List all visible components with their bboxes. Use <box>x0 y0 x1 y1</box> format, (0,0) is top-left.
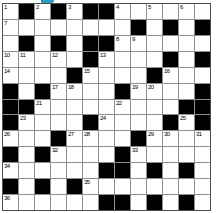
cell-r11c11[interactable] <box>163 163 178 178</box>
cell-r8c11-block <box>163 115 178 130</box>
cell-r12c4[interactable] <box>51 179 66 194</box>
cell-r3c10[interactable] <box>147 36 162 51</box>
cell-r4c11-block <box>163 52 178 67</box>
cell-r4c10[interactable] <box>147 52 162 67</box>
cell-r8c1-block <box>3 115 18 130</box>
cell-r6c9[interactable]: 19 <box>131 84 146 99</box>
cell-r4c4[interactable]: 12 <box>51 52 66 67</box>
cell-r9c10[interactable]: 29 <box>147 131 162 146</box>
cell-r7c5[interactable] <box>67 100 82 115</box>
cell-r8c5[interactable] <box>67 115 82 130</box>
cell-r9c6[interactable]: 28 <box>83 131 98 146</box>
cell-r1c8[interactable]: 4 <box>115 4 130 19</box>
cell-r7c10[interactable] <box>147 100 162 115</box>
clue-number: 10 <box>4 52 10 59</box>
cell-r4c12[interactable] <box>179 52 194 67</box>
clue-number: 27 <box>68 131 74 138</box>
cell-r4c13-block <box>195 52 210 67</box>
cell-r5c11[interactable]: 16 <box>163 68 178 83</box>
cell-r6c3-block <box>35 84 50 99</box>
clue-number: 31 <box>196 131 202 138</box>
clue-number: 26 <box>4 131 10 138</box>
cell-r7c4[interactable] <box>51 100 66 115</box>
cell-r10c5[interactable] <box>67 147 82 162</box>
cell-r5c13[interactable] <box>195 68 210 83</box>
cell-r7c2-block <box>19 100 34 115</box>
clue-number: 16 <box>164 68 170 75</box>
cell-r8c7[interactable]: 24 <box>99 115 114 130</box>
cell-r9c11[interactable]: 30 <box>163 131 178 146</box>
clue-number: 7 <box>4 20 7 27</box>
cell-r13c7-block <box>99 195 114 210</box>
cell-r9c8[interactable] <box>115 131 130 146</box>
cell-r6c2[interactable] <box>19 84 34 99</box>
cell-r12c3-block <box>35 179 50 194</box>
clue-number: 14 <box>4 68 10 75</box>
cell-r4c6-block <box>83 52 98 67</box>
cell-r11c10-block <box>147 163 162 178</box>
cell-r8c3[interactable] <box>35 115 50 130</box>
cell-r6c13-block <box>195 84 210 99</box>
cell-r2c4[interactable] <box>51 20 66 35</box>
cell-r8c9[interactable] <box>131 115 146 130</box>
cell-r12c9[interactable] <box>131 179 146 194</box>
cell-r3c11[interactable] <box>163 36 178 51</box>
clue-number: 2 <box>36 4 39 11</box>
cell-r8c6-block <box>83 115 98 130</box>
clue-number: 11 <box>20 52 25 59</box>
clue-number: 23 <box>20 115 26 122</box>
cell-r5c2[interactable] <box>19 68 34 83</box>
cell-r9c13[interactable]: 31 <box>195 131 210 146</box>
clue-number: 5 <box>148 4 151 11</box>
cell-r7c7[interactable] <box>99 100 114 115</box>
cell-r1c9[interactable] <box>131 4 146 19</box>
cell-r12c10[interactable] <box>147 179 162 194</box>
clue-number: 35 <box>84 179 90 186</box>
cell-r13c6[interactable] <box>83 195 98 210</box>
cell-r6c1-block <box>3 84 18 99</box>
clue-number: 30 <box>164 131 170 138</box>
cell-r4c5[interactable] <box>67 52 82 67</box>
cell-r9c4-block <box>51 131 66 146</box>
cell-r9c5[interactable]: 27 <box>67 131 82 146</box>
cell-r13c11[interactable] <box>163 195 178 210</box>
clue-number: 32 <box>52 147 58 154</box>
cell-r2c9-block <box>131 20 146 35</box>
clue-number: 19 <box>132 84 138 91</box>
cell-r3c7-block <box>99 36 114 51</box>
cell-r9c2[interactable] <box>19 131 34 146</box>
cell-r12c1-block <box>3 179 18 194</box>
cell-r9c9-block <box>131 131 146 146</box>
cell-r9c12[interactable] <box>179 131 194 146</box>
cell-r12c7[interactable] <box>99 179 114 194</box>
cell-r6c6[interactable] <box>83 84 98 99</box>
cell-r5c9[interactable] <box>131 68 146 83</box>
cell-r5c12[interactable] <box>179 68 194 83</box>
cell-r2c11-block <box>163 20 178 35</box>
cell-r11c3[interactable] <box>35 163 50 178</box>
cell-r2c13-block <box>195 20 210 35</box>
cell-r10c3-block <box>35 147 50 162</box>
cell-r9c7[interactable] <box>99 131 114 146</box>
cell-r7c9[interactable] <box>131 100 146 115</box>
cell-r7c1-block <box>3 100 18 115</box>
cell-r7c8[interactable]: 22 <box>115 100 130 115</box>
cell-r13c4[interactable] <box>51 195 66 210</box>
clue-number: 18 <box>68 84 74 91</box>
cell-r3c3[interactable] <box>35 36 50 51</box>
cell-r4c1[interactable]: 10 <box>3 52 18 67</box>
cell-r9c1[interactable]: 26 <box>3 131 18 146</box>
cell-r10c4[interactable]: 32 <box>51 147 66 162</box>
cell-r3c13[interactable] <box>195 36 210 51</box>
cell-r4c7[interactable]: 13 <box>99 52 114 67</box>
cell-r8c4[interactable] <box>51 115 66 130</box>
clue-number: 17 <box>52 84 58 91</box>
cell-r5c5-block <box>67 68 82 83</box>
clue-number: 22 <box>116 100 122 107</box>
cell-r3c9[interactable]: 9 <box>131 36 146 51</box>
cell-r2c5[interactable] <box>67 20 82 35</box>
clue-number: 34 <box>4 163 10 170</box>
cell-r2c7[interactable] <box>99 20 114 35</box>
cell-r11c1[interactable]: 34 <box>3 163 18 178</box>
cell-r12c8[interactable] <box>115 179 130 194</box>
cell-r11c13[interactable] <box>195 163 210 178</box>
cell-r13c12-block <box>179 195 194 210</box>
cell-r6c8-block <box>115 84 130 99</box>
clue-number: 3 <box>68 4 71 11</box>
cell-r10c6[interactable] <box>83 147 98 162</box>
cell-r3c12[interactable] <box>179 36 194 51</box>
clue-number: 15 <box>84 68 90 75</box>
cell-r1c6-block <box>83 4 98 19</box>
cell-r3c1[interactable] <box>3 36 18 51</box>
cell-r10c7[interactable] <box>99 147 114 162</box>
clue-number: 25 <box>180 115 186 122</box>
cell-r2c2[interactable] <box>19 20 34 35</box>
cell-r3c8[interactable]: 8 <box>115 36 130 51</box>
cell-r6c10[interactable]: 20 <box>147 84 162 99</box>
cell-r5c3[interactable] <box>35 68 50 83</box>
cell-r11c8-block <box>115 163 130 178</box>
cell-r11c12-block <box>179 163 194 178</box>
cell-r1c10[interactable]: 5 <box>147 4 162 19</box>
cell-r12c12[interactable] <box>179 179 194 194</box>
clue-number: 12 <box>52 52 58 59</box>
cell-r11c5[interactable] <box>67 163 82 178</box>
cell-r13c8-block <box>115 195 130 210</box>
cell-r12c5-block <box>67 179 82 194</box>
cell-r1c2-block <box>19 4 34 19</box>
cell-r13c2[interactable] <box>19 195 34 210</box>
cell-r5c6[interactable]: 15 <box>83 68 98 83</box>
clue-number: 1 <box>4 4 7 11</box>
cell-r1c3[interactable]: 2 <box>35 4 50 19</box>
cell-r10c13[interactable] <box>195 147 210 162</box>
cell-r6c12[interactable] <box>179 84 194 99</box>
cell-r11c4[interactable] <box>51 163 66 178</box>
cell-r2c1[interactable]: 7 <box>3 20 18 35</box>
cell-r1c13[interactable] <box>195 4 210 19</box>
cell-r5c10-block <box>147 68 162 83</box>
cell-r13c10-block <box>147 195 162 210</box>
clue-number: 29 <box>148 131 154 138</box>
cell-r10c1-block <box>3 147 18 162</box>
cell-r7c12-block <box>179 100 194 115</box>
clue-number: 28 <box>84 131 90 138</box>
cell-r5c8[interactable] <box>115 68 130 83</box>
clue-number: 36 <box>4 195 10 202</box>
cell-r10c10[interactable] <box>147 147 162 162</box>
cell-r1c7-block <box>99 4 114 19</box>
clue-number: 4 <box>116 4 119 11</box>
cell-r10c2[interactable] <box>19 147 34 162</box>
cell-r1c12[interactable]: 6 <box>179 4 194 19</box>
cell-r4c9[interactable] <box>131 52 146 67</box>
clue-number: 8 <box>116 36 119 43</box>
cell-r8c8[interactable] <box>115 115 130 130</box>
cell-r3c4-block <box>51 36 66 51</box>
cell-r2c6[interactable] <box>83 20 98 35</box>
cell-r3c5[interactable] <box>67 36 82 51</box>
clue-number: 33 <box>132 147 138 154</box>
cell-r13c13[interactable] <box>195 195 210 210</box>
cell-r11c9[interactable] <box>131 163 146 178</box>
cell-r1c5[interactable]: 3 <box>67 4 82 19</box>
clue-number: 6 <box>180 4 183 11</box>
cell-r1c11[interactable] <box>163 4 178 19</box>
clue-number: 24 <box>100 115 106 122</box>
cell-r13c1[interactable]: 36 <box>3 195 18 210</box>
cell-r8c10[interactable] <box>147 115 162 130</box>
page: { "game": "crossword", "board": { "rows"… <box>0 0 216 213</box>
cell-r6c4[interactable]: 17 <box>51 84 66 99</box>
clue-number: 20 <box>148 84 154 91</box>
cell-r7c11[interactable] <box>163 100 178 115</box>
cell-r9c3[interactable] <box>35 131 50 146</box>
cell-r6c7[interactable] <box>99 84 114 99</box>
cell-r12c6[interactable]: 35 <box>83 179 98 194</box>
cell-r12c13[interactable] <box>195 179 210 194</box>
cell-r12c2[interactable] <box>19 179 34 194</box>
cell-r10c8-block <box>115 147 130 162</box>
cell-r11c2[interactable] <box>19 163 34 178</box>
cell-r10c11[interactable] <box>163 147 178 162</box>
cell-r6c11[interactable] <box>163 84 178 99</box>
crossword-board: 1234567891011121314151617181920212223242… <box>2 3 211 211</box>
cell-r2c10[interactable] <box>147 20 162 35</box>
cell-r7c3[interactable]: 21 <box>35 100 50 115</box>
clue-number: 13 <box>100 52 106 59</box>
cell-r2c3[interactable] <box>35 20 50 35</box>
cell-r13c3[interactable] <box>35 195 50 210</box>
cell-r7c6[interactable] <box>83 100 98 115</box>
cell-r3c2-block <box>19 36 34 51</box>
cell-r8c12[interactable]: 25 <box>179 115 194 130</box>
cell-r2c12[interactable] <box>179 20 194 35</box>
cell-r8c13-block <box>195 115 210 130</box>
cell-r5c1[interactable]: 14 <box>3 68 18 83</box>
cell-r4c2[interactable]: 11 <box>19 52 34 67</box>
cell-r5c7[interactable] <box>99 68 114 83</box>
clue-number: 9 <box>132 36 135 43</box>
cell-r4c3[interactable] <box>35 52 50 67</box>
cell-r5c4[interactable] <box>51 68 66 83</box>
cell-r11c7-block <box>99 163 114 178</box>
cell-r12c11[interactable] <box>163 179 178 194</box>
cell-r6c5[interactable]: 18 <box>67 84 82 99</box>
cell-r4c8[interactable] <box>115 52 130 67</box>
cell-r11c6[interactable] <box>83 163 98 178</box>
cell-r2c8[interactable] <box>115 20 130 35</box>
cell-r13c5[interactable] <box>67 195 82 210</box>
cell-r10c12[interactable] <box>179 147 194 162</box>
cell-r1c1[interactable]: 1 <box>3 4 18 19</box>
cell-r10c9[interactable]: 33 <box>131 147 146 162</box>
cell-r13c9[interactable] <box>131 195 146 210</box>
cell-r3c6-block <box>83 36 98 51</box>
cell-r1c4-block <box>51 4 66 19</box>
cell-r7c13-block <box>195 100 210 115</box>
cell-r8c2[interactable]: 23 <box>19 115 34 130</box>
clue-number: 21 <box>36 100 42 107</box>
